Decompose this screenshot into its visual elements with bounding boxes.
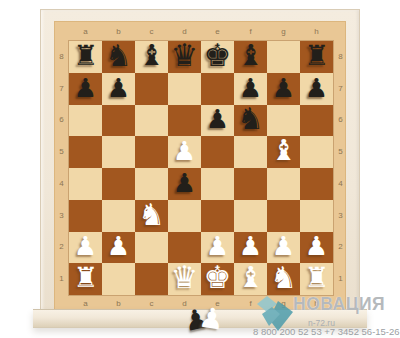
square-g5[interactable]: ♝ (267, 136, 300, 168)
square-c2[interactable] (135, 232, 168, 264)
square-f5[interactable] (234, 136, 267, 168)
square-g4[interactable] (267, 168, 300, 200)
rank-label-6: 6 (55, 105, 68, 137)
rank-label-3: 3 (55, 200, 68, 232)
square-g8[interactable] (267, 41, 300, 73)
black-pawn-e6[interactable]: ♟ (206, 106, 229, 132)
white-rook-h1[interactable]: ♜ (304, 264, 329, 292)
square-e5[interactable] (201, 136, 234, 168)
rank-label-5: 5 (55, 136, 68, 168)
square-a3[interactable] (69, 200, 102, 232)
square-e1[interactable]: ♚ (201, 263, 234, 295)
rank-label-7: 7 (55, 73, 68, 105)
file-label-g: g (267, 26, 300, 38)
rank-label-4: 4 (334, 168, 347, 200)
white-bishop-f1[interactable]: ♝ (238, 263, 264, 292)
square-b3[interactable] (102, 200, 135, 232)
square-b5[interactable] (102, 136, 135, 168)
square-b2[interactable]: ♟ (102, 232, 135, 264)
rank-labels-left: 87654321 (55, 41, 68, 295)
rank-label-7: 7 (334, 73, 347, 105)
square-h5[interactable] (300, 136, 333, 168)
square-e8[interactable]: ♚ (201, 41, 234, 73)
square-h3[interactable] (300, 200, 333, 232)
square-b8[interactable]: ♞ (102, 41, 135, 73)
square-b6[interactable] (102, 105, 135, 137)
white-pawn-g2[interactable]: ♟ (272, 233, 295, 259)
captured-white-pawn[interactable]: ♟ (197, 303, 226, 334)
black-rook-a8[interactable]: ♜ (73, 42, 98, 70)
square-d5[interactable]: ♟ (168, 136, 201, 168)
black-pawn-b7[interactable]: ♟ (107, 75, 130, 101)
black-king-e8[interactable]: ♚ (204, 40, 232, 71)
square-h4[interactable] (300, 168, 333, 200)
square-c3[interactable]: ♞ (135, 200, 168, 232)
square-d7[interactable] (168, 73, 201, 105)
black-pawn-f7[interactable]: ♟ (239, 75, 262, 101)
black-pawn-g7[interactable]: ♟ (272, 75, 295, 101)
square-b4[interactable] (102, 168, 135, 200)
chess-board: ♜♞♝♛♚♝♜♟♟♟♟♟♟♞♟♝♟♞♟♟♟♟♟♟♜♛♚♝♞♜ (69, 41, 333, 295)
rank-label-5: 5 (334, 136, 347, 168)
square-g6[interactable] (267, 105, 300, 137)
square-d3[interactable] (168, 200, 201, 232)
black-pawn-a7[interactable]: ♟ (74, 75, 97, 101)
black-rook-h8[interactable]: ♜ (304, 42, 329, 70)
square-c1[interactable] (135, 263, 168, 295)
rank-label-4: 4 (55, 168, 68, 200)
square-f1[interactable]: ♝ (234, 263, 267, 295)
white-pawn-b2[interactable]: ♟ (107, 233, 130, 259)
rank-label-2: 2 (55, 232, 68, 264)
square-h6[interactable] (300, 105, 333, 137)
square-e4[interactable] (201, 168, 234, 200)
square-h8[interactable]: ♜ (300, 41, 333, 73)
captured-pieces-tray: ♟♟ (183, 301, 243, 338)
square-e7[interactable] (201, 73, 234, 105)
white-knight-c3[interactable]: ♞ (138, 199, 165, 229)
white-pawn-e2[interactable]: ♟ (206, 233, 229, 259)
file-label-h: h (300, 26, 333, 38)
square-c5[interactable] (135, 136, 168, 168)
black-queen-d8[interactable]: ♛ (171, 40, 199, 71)
rank-label-8: 8 (55, 41, 68, 73)
rank-label-6: 6 (334, 105, 347, 137)
square-e3[interactable] (201, 200, 234, 232)
file-label-f: f (234, 26, 267, 38)
square-c7[interactable] (135, 73, 168, 105)
square-d4[interactable]: ♟ (168, 168, 201, 200)
square-d1[interactable]: ♛ (168, 263, 201, 295)
black-bishop-f8[interactable]: ♝ (238, 41, 264, 70)
rank-label-3: 3 (334, 200, 347, 232)
white-knight-g1[interactable]: ♞ (270, 263, 297, 293)
square-g2[interactable]: ♟ (267, 232, 300, 264)
square-f3[interactable] (234, 200, 267, 232)
rank-label-1: 1 (55, 263, 68, 295)
white-pawn-d5[interactable]: ♟ (173, 138, 196, 164)
rank-label-1: 1 (334, 263, 347, 295)
file-label-c: c (135, 26, 168, 38)
square-f7[interactable]: ♟ (234, 73, 267, 105)
square-c6[interactable] (135, 105, 168, 137)
square-a7[interactable]: ♟ (69, 73, 102, 105)
square-f6[interactable]: ♞ (234, 105, 267, 137)
square-f2[interactable]: ♟ (234, 232, 267, 264)
white-queen-d1[interactable]: ♛ (171, 262, 199, 293)
square-h7[interactable]: ♟ (300, 73, 333, 105)
square-a4[interactable] (69, 168, 102, 200)
square-f4[interactable] (234, 168, 267, 200)
white-king-e1[interactable]: ♚ (204, 262, 232, 293)
demo-chess-board-photo: abcdefgh abcdefgh 87654321 87654321 ♜♞♝♛… (0, 0, 400, 338)
rank-labels-right: 87654321 (334, 41, 347, 295)
square-g3[interactable] (267, 200, 300, 232)
watermark-phone: 8 800 200 52 53 +7 3452 56-15-26 (253, 326, 400, 337)
white-pawn-f2[interactable]: ♟ (239, 233, 262, 259)
square-e6[interactable]: ♟ (201, 105, 234, 137)
rank-label-2: 2 (334, 232, 347, 264)
square-a5[interactable] (69, 136, 102, 168)
square-a2[interactable]: ♟ (69, 232, 102, 264)
black-pawn-h7[interactable]: ♟ (305, 75, 328, 101)
square-g7[interactable]: ♟ (267, 73, 300, 105)
square-f8[interactable]: ♝ (234, 41, 267, 73)
square-b7[interactable]: ♟ (102, 73, 135, 105)
black-pawn-d4[interactable]: ♟ (173, 170, 196, 196)
file-label-a: a (69, 26, 102, 38)
white-rook-a1[interactable]: ♜ (73, 264, 98, 292)
white-pawn-h2[interactable]: ♟ (305, 233, 328, 259)
black-knight-b8[interactable]: ♞ (105, 41, 132, 71)
board-surface: abcdefgh abcdefgh 87654321 87654321 ♜♞♝♛… (54, 21, 346, 310)
watermark-brand: НОВАЦИЯ (293, 294, 385, 315)
square-h1[interactable]: ♜ (300, 263, 333, 295)
square-d8[interactable]: ♛ (168, 41, 201, 73)
white-bishop-g5[interactable]: ♝ (271, 136, 297, 165)
file-labels-top: abcdefgh (69, 26, 333, 38)
square-a8[interactable]: ♜ (69, 41, 102, 73)
rank-label-8: 8 (334, 41, 347, 73)
square-b1[interactable] (102, 263, 135, 295)
black-bishop-c8[interactable]: ♝ (139, 41, 165, 70)
white-pawn-a2[interactable]: ♟ (74, 233, 97, 259)
square-c8[interactable]: ♝ (135, 41, 168, 73)
square-d6[interactable] (168, 105, 201, 137)
square-c4[interactable] (135, 168, 168, 200)
black-knight-f6[interactable]: ♞ (237, 104, 264, 134)
square-a1[interactable]: ♜ (69, 263, 102, 295)
file-label-b: b (102, 26, 135, 38)
board-frame: abcdefgh abcdefgh 87654321 87654321 ♜♞♝♛… (40, 9, 360, 312)
square-a6[interactable] (69, 105, 102, 137)
square-g1[interactable]: ♞ (267, 263, 300, 295)
square-h2[interactable]: ♟ (300, 232, 333, 264)
